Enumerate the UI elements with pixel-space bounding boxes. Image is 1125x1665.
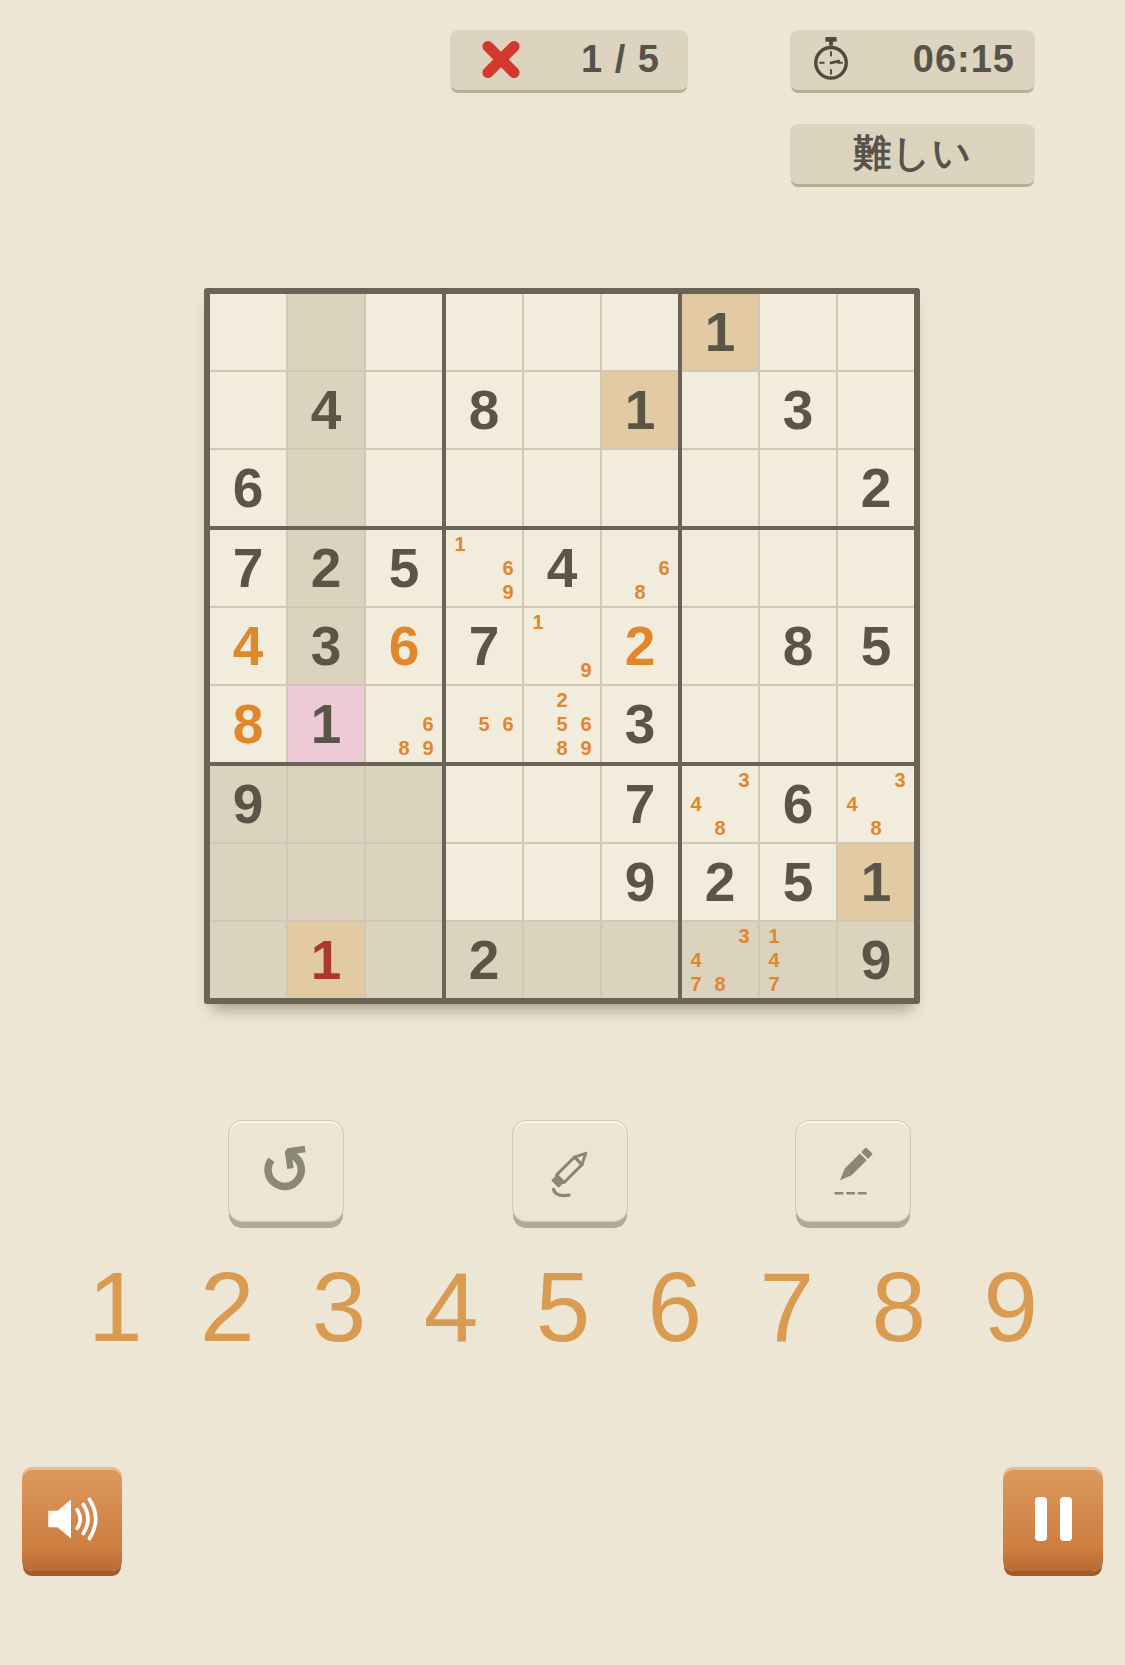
pencil-marks: 348 xyxy=(684,768,756,840)
cell-value: 6 xyxy=(389,619,420,674)
pencil-marks: 348 xyxy=(840,768,912,840)
pencil-mark-slot-8: 8 xyxy=(708,972,732,996)
cell-r3c2[interactable] xyxy=(288,450,364,526)
cell-r1c8[interactable] xyxy=(760,294,836,370)
box-3: 132 xyxy=(682,294,914,526)
pencil-mark-slot-7: 7 xyxy=(762,972,786,996)
cell-r8c5[interactable] xyxy=(524,844,600,920)
pencil-mark-slot-4: 4 xyxy=(762,948,786,972)
pencil-mark-slot-4 xyxy=(368,712,392,736)
cell-r4c2[interactable]: 2 xyxy=(288,530,364,606)
pencil-marks: 68 xyxy=(604,532,676,604)
cell-value: 9 xyxy=(861,933,892,988)
difficulty-badge: 難しい xyxy=(790,122,1035,184)
cell-r8c1[interactable] xyxy=(210,844,286,920)
cell-value: 9 xyxy=(625,855,656,910)
pencil-mark-slot-6: 6 xyxy=(496,556,520,580)
cell-value: 8 xyxy=(233,697,264,752)
cell-r2c9[interactable] xyxy=(838,372,914,448)
cell-value: 9 xyxy=(233,777,264,832)
pencil-mark-slot-8: 8 xyxy=(628,580,652,604)
pencil-mark-slot-1 xyxy=(526,688,550,712)
pencil-mark-slot-5 xyxy=(708,948,732,972)
cell-r2c7[interactable] xyxy=(682,372,758,448)
pencil-marks: 25689 xyxy=(526,688,598,760)
cell-r8c7[interactable]: 2 xyxy=(682,844,758,920)
cell-r7c4[interactable] xyxy=(446,766,522,842)
pencil-mark-slot-6 xyxy=(732,792,756,816)
pencil-mark-slot-7 xyxy=(526,658,550,682)
cell-r5c4[interactable]: 7 xyxy=(446,608,522,684)
cell-r7c9[interactable]: 348 xyxy=(838,766,914,842)
box-6: 85 xyxy=(682,530,914,762)
eraser-pencil-icon xyxy=(539,1140,601,1202)
pencil-mark-slot-3: 3 xyxy=(888,768,912,792)
pencil-mark-slot-4: 4 xyxy=(684,792,708,816)
cell-r2c1[interactable] xyxy=(210,372,286,448)
cell-r2c3[interactable] xyxy=(366,372,442,448)
pencil-mark-slot-7 xyxy=(448,580,472,604)
cell-r2c5[interactable] xyxy=(524,372,600,448)
numpad-9[interactable]: 9 xyxy=(983,1258,1038,1356)
cell-r7c5[interactable] xyxy=(524,766,600,842)
cell-value: 4 xyxy=(233,619,264,674)
cell-value: 6 xyxy=(783,777,814,832)
cell-r6c6[interactable]: 3 xyxy=(602,686,678,762)
pencil-mark-slot-5: 5 xyxy=(472,712,496,736)
cell-value: 2 xyxy=(705,855,736,910)
pencil-mark-slot-4: 4 xyxy=(684,948,708,972)
pencil-mark-slot-8: 8 xyxy=(550,736,574,760)
cell-r3c3[interactable] xyxy=(366,450,442,526)
pencil-marks: 147 xyxy=(762,924,834,996)
pencil-mark-slot-2: 2 xyxy=(550,688,574,712)
cell-r3c8[interactable] xyxy=(760,450,836,526)
cell-value: 1 xyxy=(861,855,892,910)
cell-r8c9[interactable]: 1 xyxy=(838,844,914,920)
pencil-mark-slot-1 xyxy=(368,688,392,712)
pencil-mark-slot-5 xyxy=(786,948,810,972)
pencil-mark-slot-4 xyxy=(526,634,550,658)
pencil-marks: 169 xyxy=(448,532,520,604)
numpad-3[interactable]: 3 xyxy=(312,1258,367,1356)
cell-r6c2[interactable]: 1 xyxy=(288,686,364,762)
cell-r5c2[interactable]: 3 xyxy=(288,608,364,684)
pencil-mark-slot-6 xyxy=(888,792,912,816)
pause-icon xyxy=(1035,1497,1072,1541)
undo-button[interactable]: ↺ xyxy=(228,1120,344,1222)
cell-value: 7 xyxy=(625,777,656,832)
mistakes-counter: 1 / 5 xyxy=(450,28,688,90)
cell-r6c4[interactable]: 56 xyxy=(446,686,522,762)
pencil-mark-slot-8: 8 xyxy=(392,736,416,760)
pencil-mark-slot-3 xyxy=(416,688,440,712)
pencil-mark-slot-6: 6 xyxy=(652,556,676,580)
cell-r5c7[interactable] xyxy=(682,608,758,684)
eraser-button[interactable] xyxy=(512,1120,628,1222)
cell-r4c1[interactable]: 7 xyxy=(210,530,286,606)
cell-value: 2 xyxy=(625,619,656,674)
cell-r6c1[interactable]: 8 xyxy=(210,686,286,762)
cell-value: 5 xyxy=(389,541,420,596)
cell-r8c8[interactable]: 5 xyxy=(760,844,836,920)
cell-value: 3 xyxy=(625,697,656,752)
cell-r9c5[interactable] xyxy=(524,922,600,998)
cell-r9c2[interactable]: 1 xyxy=(288,922,364,998)
numpad-5[interactable]: 5 xyxy=(536,1258,591,1356)
cell-value: 8 xyxy=(469,383,500,438)
cell-r4c6[interactable]: 68 xyxy=(602,530,678,606)
pencil-mark-slot-3 xyxy=(496,688,520,712)
pencil-mark-slot-3 xyxy=(496,532,520,556)
pencil-marks: 56 xyxy=(448,688,520,760)
sound-button[interactable] xyxy=(22,1467,122,1571)
numpad-2[interactable]: 2 xyxy=(200,1258,255,1356)
cell-value: 3 xyxy=(311,619,342,674)
cell-value: 4 xyxy=(547,541,578,596)
pencil-mark-slot-5 xyxy=(392,712,416,736)
pencil-mark-slot-4: 4 xyxy=(840,792,864,816)
cell-r4c5[interactable]: 4 xyxy=(524,530,600,606)
pencil-mark-slot-7 xyxy=(448,736,472,760)
pencil-icon xyxy=(822,1140,884,1202)
pencil-mark-slot-9 xyxy=(732,972,756,996)
cell-value: 7 xyxy=(233,541,264,596)
cell-r1c3[interactable] xyxy=(366,294,442,370)
cell-r9c6[interactable] xyxy=(602,922,678,998)
pencil-mark-slot-2 xyxy=(472,688,496,712)
cell-r6c5[interactable]: 25689 xyxy=(524,686,600,762)
pencil-mark-slot-1 xyxy=(604,532,628,556)
pencil-mark-slot-4 xyxy=(448,712,472,736)
cell-r6c7[interactable] xyxy=(682,686,758,762)
pencil-mark-slot-3 xyxy=(574,688,598,712)
pencil-mark-slot-5 xyxy=(628,556,652,580)
cell-value: 6 xyxy=(233,461,264,516)
cell-value: 8 xyxy=(783,619,814,674)
cell-r3c4[interactable] xyxy=(446,450,522,526)
pencil-mark-slot-2 xyxy=(864,768,888,792)
stopwatch-icon xyxy=(810,36,852,82)
pencil-mark-slot-3 xyxy=(810,924,834,948)
pencil-marks: 689 xyxy=(368,688,440,760)
pencil-mark-slot-8: 8 xyxy=(708,816,732,840)
cell-r8c3[interactable] xyxy=(366,844,442,920)
pencil-mark-slot-2 xyxy=(550,610,574,634)
pencil-mark-slot-7 xyxy=(604,580,628,604)
pencil-mark-slot-3: 3 xyxy=(732,768,756,792)
cell-value: 5 xyxy=(861,619,892,674)
pencil-mark-slot-7 xyxy=(684,816,708,840)
pencil-mark-slot-8 xyxy=(472,736,496,760)
pencil-mark-slot-2 xyxy=(628,532,652,556)
cell-r1c9[interactable] xyxy=(838,294,914,370)
pencil-mark-slot-9: 9 xyxy=(496,580,520,604)
pencil-marks: 19 xyxy=(526,610,598,682)
box-8: 792 xyxy=(446,766,678,998)
pencil-mark-slot-3: 3 xyxy=(732,924,756,948)
pencil-mark-slot-6 xyxy=(574,634,598,658)
numpad-6[interactable]: 6 xyxy=(648,1258,703,1356)
cell-r1c7[interactable]: 1 xyxy=(682,294,758,370)
cell-value: 2 xyxy=(861,461,892,516)
cell-r6c3[interactable]: 689 xyxy=(366,686,442,762)
cell-r4c4[interactable]: 169 xyxy=(446,530,522,606)
numpad-4[interactable]: 4 xyxy=(424,1258,479,1356)
pencil-mark-slot-5 xyxy=(550,634,574,658)
cell-r3c5[interactable] xyxy=(524,450,600,526)
pencil-mark-slot-5 xyxy=(708,792,732,816)
pencil-mark-slot-2 xyxy=(708,924,732,948)
cell-r2c6[interactable]: 1 xyxy=(602,372,678,448)
mistakes-x-icon xyxy=(478,36,524,82)
mistakes-count: 1 / 5 xyxy=(581,38,660,81)
box-1: 46 xyxy=(210,294,442,526)
pencil-mark-slot-5 xyxy=(472,556,496,580)
cell-r5c8[interactable]: 8 xyxy=(760,608,836,684)
pencil-mark-slot-9 xyxy=(732,816,756,840)
cell-r4c3[interactable]: 5 xyxy=(366,530,442,606)
pencil-mark-slot-7 xyxy=(526,736,550,760)
pencil-button[interactable] xyxy=(795,1120,911,1222)
pencil-mark-slot-9 xyxy=(810,972,834,996)
cell-r5c6[interactable]: 2 xyxy=(602,608,678,684)
pencil-mark-slot-3 xyxy=(652,532,676,556)
cell-r1c4[interactable] xyxy=(446,294,522,370)
pencil-mark-slot-9 xyxy=(652,580,676,604)
pencil-mark-slot-7 xyxy=(840,816,864,840)
cell-r2c8[interactable]: 3 xyxy=(760,372,836,448)
cell-r5c1[interactable]: 4 xyxy=(210,608,286,684)
pencil-mark-slot-6: 6 xyxy=(574,712,598,736)
cell-r9c1[interactable] xyxy=(210,922,286,998)
cell-r9c7[interactable]: 3478 xyxy=(682,922,758,998)
cell-r9c9[interactable]: 9 xyxy=(838,922,914,998)
pencil-mark-slot-9: 9 xyxy=(574,736,598,760)
number-pad: 123456789 xyxy=(88,1258,1038,1356)
undo-icon: ↺ xyxy=(255,1136,317,1207)
cell-r9c8[interactable]: 147 xyxy=(760,922,836,998)
cell-r4c7[interactable] xyxy=(682,530,758,606)
cell-r7c3[interactable] xyxy=(366,766,442,842)
cell-r7c6[interactable]: 7 xyxy=(602,766,678,842)
pencil-mark-slot-1 xyxy=(684,768,708,792)
pencil-mark-slot-6 xyxy=(732,948,756,972)
cell-value: 1 xyxy=(705,305,736,360)
pencil-mark-slot-1 xyxy=(684,924,708,948)
cell-r7c2[interactable] xyxy=(288,766,364,842)
pencil-mark-slot-1: 1 xyxy=(762,924,786,948)
box-5: 169468719256256893 xyxy=(446,530,678,762)
box-4: 72543681689 xyxy=(210,530,442,762)
cell-value: 1 xyxy=(311,697,342,752)
cell-r1c1[interactable] xyxy=(210,294,286,370)
pencil-mark-slot-3 xyxy=(574,610,598,634)
cell-r4c8[interactable] xyxy=(760,530,836,606)
cell-r8c2[interactable] xyxy=(288,844,364,920)
cell-value: 2 xyxy=(469,933,500,988)
box-7: 91 xyxy=(210,766,442,998)
pencil-mark-slot-2 xyxy=(472,532,496,556)
pencil-mark-slot-1: 1 xyxy=(448,532,472,556)
cell-r7c1[interactable]: 9 xyxy=(210,766,286,842)
cell-value: 4 xyxy=(311,383,342,438)
cell-r6c8[interactable] xyxy=(760,686,836,762)
cell-r6c9[interactable] xyxy=(838,686,914,762)
pencil-mark-slot-9 xyxy=(888,816,912,840)
cell-r1c6[interactable] xyxy=(602,294,678,370)
pencil-mark-slot-8 xyxy=(550,658,574,682)
pencil-mark-slot-9: 9 xyxy=(574,658,598,682)
cell-value: 1 xyxy=(625,383,656,438)
cell-r5c5[interactable]: 19 xyxy=(524,608,600,684)
pencil-mark-slot-2 xyxy=(786,924,810,948)
cell-value: 5 xyxy=(783,855,814,910)
cell-r1c5[interactable] xyxy=(524,294,600,370)
cell-r8c6[interactable]: 9 xyxy=(602,844,678,920)
pencil-mark-slot-8 xyxy=(786,972,810,996)
pencil-mark-slot-2 xyxy=(708,768,732,792)
cell-r3c1[interactable]: 6 xyxy=(210,450,286,526)
pencil-mark-slot-1: 1 xyxy=(526,610,550,634)
sudoku-app-screen: 1 / 5 06:15 難しい 468113272543681689169468… xyxy=(0,0,1125,1665)
cell-value: 7 xyxy=(469,619,500,674)
pencil-mark-slot-9: 9 xyxy=(416,736,440,760)
sudoku-board: 4681132725436816891694687192562568938591… xyxy=(204,288,920,1004)
pencil-mark-slot-4 xyxy=(604,556,628,580)
pencil-mark-slot-1 xyxy=(840,768,864,792)
cell-r9c4[interactable]: 2 xyxy=(446,922,522,998)
box-9: 348634825134781479 xyxy=(682,766,914,998)
cell-r5c9[interactable]: 5 xyxy=(838,608,914,684)
pause-button[interactable] xyxy=(1003,1467,1103,1571)
cell-r3c7[interactable] xyxy=(682,450,758,526)
box-2: 81 xyxy=(446,294,678,526)
pencil-mark-slot-7: 7 xyxy=(684,972,708,996)
pencil-mark-slot-9 xyxy=(496,736,520,760)
timer-value: 06:15 xyxy=(913,38,1015,81)
numpad-7[interactable]: 7 xyxy=(760,1258,815,1356)
cell-r4c9[interactable] xyxy=(838,530,914,606)
numpad-8[interactable]: 8 xyxy=(871,1258,926,1356)
cell-r7c8[interactable]: 6 xyxy=(760,766,836,842)
cell-r7c7[interactable]: 348 xyxy=(682,766,758,842)
pencil-mark-slot-8 xyxy=(472,580,496,604)
cell-value: 1 xyxy=(311,933,342,988)
pencil-mark-slot-4 xyxy=(526,712,550,736)
cell-r5c3[interactable]: 6 xyxy=(366,608,442,684)
cell-value: 3 xyxy=(783,383,814,438)
cell-r2c2[interactable]: 4 xyxy=(288,372,364,448)
cell-r8c4[interactable] xyxy=(446,844,522,920)
pencil-mark-slot-2 xyxy=(392,688,416,712)
cell-r3c9[interactable]: 2 xyxy=(838,450,914,526)
difficulty-label: 難しい xyxy=(853,128,972,179)
numpad-1[interactable]: 1 xyxy=(88,1258,143,1356)
pencil-mark-slot-6: 6 xyxy=(416,712,440,736)
pencil-mark-slot-8: 8 xyxy=(864,816,888,840)
pencil-mark-slot-5 xyxy=(864,792,888,816)
pencil-mark-slot-4 xyxy=(448,556,472,580)
pencil-mark-slot-6 xyxy=(810,948,834,972)
cell-r1c2[interactable] xyxy=(288,294,364,370)
pencil-marks: 3478 xyxy=(684,924,756,996)
pencil-mark-slot-7 xyxy=(368,736,392,760)
pencil-mark-slot-1 xyxy=(448,688,472,712)
cell-value: 2 xyxy=(311,541,342,596)
cell-r3c6[interactable] xyxy=(602,450,678,526)
cell-r2c4[interactable]: 8 xyxy=(446,372,522,448)
pencil-mark-slot-5: 5 xyxy=(550,712,574,736)
speaker-icon xyxy=(39,1486,105,1552)
cell-r9c3[interactable] xyxy=(366,922,442,998)
timer-display: 06:15 xyxy=(790,28,1035,90)
pencil-mark-slot-6: 6 xyxy=(496,712,520,736)
